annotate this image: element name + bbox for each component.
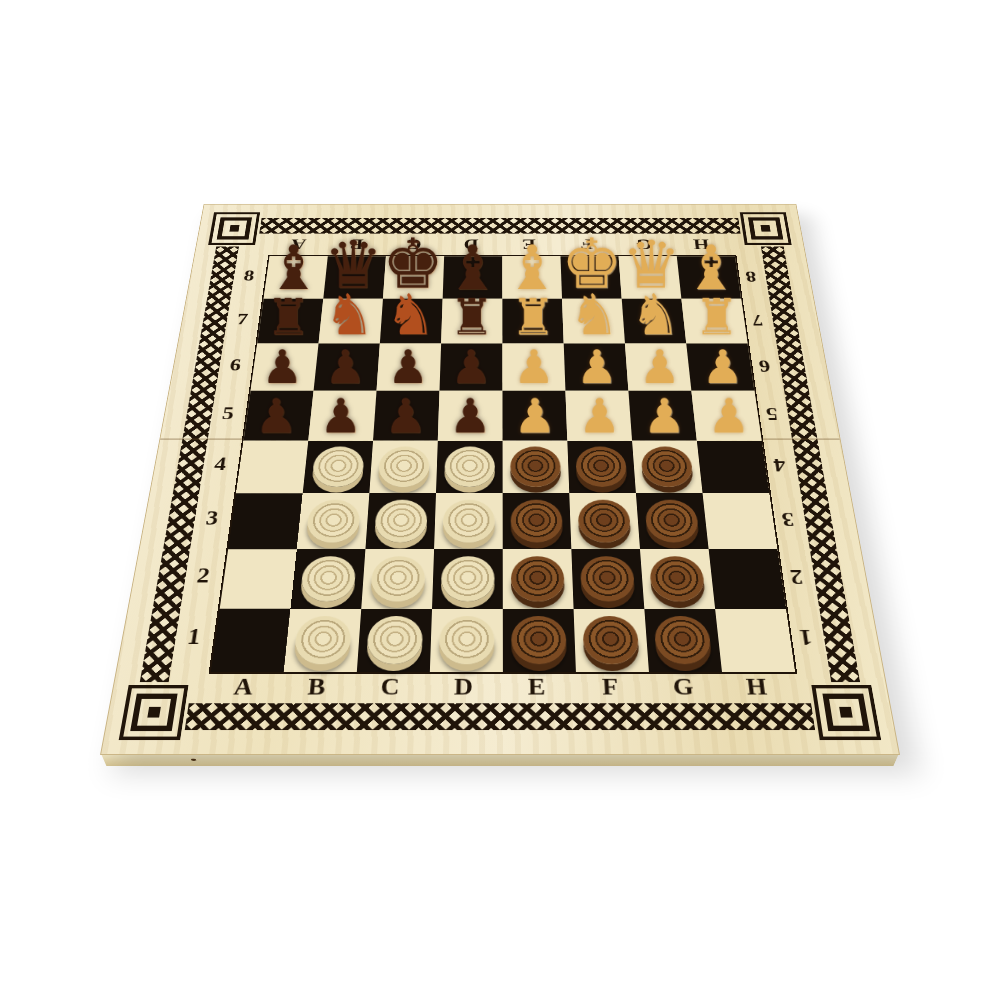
- square-b4[interactable]: [303, 441, 373, 494]
- square-c2[interactable]: [361, 549, 434, 608]
- checker-light-c4[interactable]: [378, 447, 430, 487]
- checker-dark-f4[interactable]: [575, 447, 627, 487]
- square-a1[interactable]: [211, 609, 291, 672]
- rank-label-right-3: 3: [778, 491, 798, 547]
- square-f1[interactable]: [574, 609, 649, 672]
- file-label-top-c: C: [384, 236, 442, 253]
- rank-label-right-8: 8: [743, 255, 760, 297]
- square-a5[interactable]: ♟: [244, 391, 314, 441]
- square-b6[interactable]: ♟: [314, 343, 380, 390]
- chess-piece-dark-rook-a7[interactable]: ♜: [266, 294, 311, 341]
- square-d3[interactable]: [434, 493, 503, 549]
- rank-label-right-2: 2: [786, 547, 807, 606]
- square-b5[interactable]: ♟: [308, 391, 376, 441]
- corner-ornament-bottom-right: [811, 685, 881, 740]
- rank-label-left-6: 6: [226, 342, 244, 389]
- rank-label-left-5: 5: [218, 389, 237, 439]
- checker-dark-e3[interactable]: [511, 500, 563, 543]
- checker-dark-e4[interactable]: [510, 447, 561, 487]
- square-f7[interactable]: ♞: [562, 299, 625, 344]
- corner-ornament-ring: [130, 694, 177, 731]
- chess-piece-dark-rook-d7[interactable]: ♜: [449, 294, 494, 341]
- corner-ornament-ring: [217, 217, 252, 239]
- checker-light-d1[interactable]: [439, 616, 495, 664]
- chess-piece-dark-pawn-c6[interactable]: ♟: [387, 345, 429, 389]
- corner-ornament-core: [147, 707, 161, 718]
- checker-light-b2[interactable]: [300, 556, 357, 601]
- square-g3[interactable]: [636, 493, 709, 549]
- checker-light-d3[interactable]: [442, 500, 494, 543]
- square-b3[interactable]: [297, 493, 370, 549]
- checker-light-b3[interactable]: [306, 500, 361, 543]
- checker-light-c3[interactable]: [374, 500, 428, 543]
- square-a4[interactable]: [236, 441, 308, 494]
- square-e1[interactable]: [503, 609, 576, 672]
- border-braid-bottom: [185, 703, 816, 730]
- chess-piece-dark-knight-c7[interactable]: ♞: [385, 288, 436, 342]
- file-label-top-a: A: [269, 236, 329, 253]
- square-h5[interactable]: ♟: [691, 391, 761, 441]
- checker-dark-g4[interactable]: [640, 447, 694, 487]
- square-b2[interactable]: [290, 549, 365, 608]
- chess-piece-light-pawn-f6[interactable]: ♟: [576, 345, 618, 389]
- rank-label-left-1: 1: [183, 606, 205, 669]
- file-label-bottom-f: F: [573, 673, 648, 700]
- file-label-top-e: E: [500, 236, 558, 253]
- rank-label-left-7: 7: [234, 297, 252, 342]
- corner-ornament-bottom-left: [119, 685, 189, 740]
- square-b7[interactable]: ♞: [319, 299, 383, 344]
- square-a6[interactable]: ♟: [251, 343, 319, 390]
- hinge-screw: [190, 759, 196, 761]
- square-d5[interactable]: ♟: [438, 391, 503, 441]
- square-h3[interactable]: [703, 493, 778, 549]
- square-e5[interactable]: ♟: [502, 391, 567, 441]
- corner-ornament-core: [229, 225, 239, 231]
- square-a2[interactable]: [220, 549, 297, 608]
- square-e4[interactable]: [503, 441, 570, 494]
- rank-label-left-4: 4: [210, 439, 230, 491]
- chess-piece-dark-pawn-c5[interactable]: ♟: [384, 393, 427, 438]
- file-label-top-b: B: [327, 236, 386, 253]
- checker-dark-f3[interactable]: [577, 500, 631, 543]
- rank-label-right-4: 4: [770, 439, 790, 491]
- square-g6[interactable]: ♟: [625, 343, 691, 390]
- chess-piece-light-pawn-e6[interactable]: ♟: [513, 345, 555, 389]
- square-g5[interactable]: ♟: [628, 391, 696, 441]
- chess-piece-dark-pawn-a5[interactable]: ♟: [255, 393, 298, 438]
- file-label-bottom-e: E: [500, 673, 574, 700]
- board-scene: ABCDEFGH ABCDEFGH 87654321 87654321 ♝♛♚♝…: [100, 0, 900, 755]
- file-label-top-g: G: [614, 236, 673, 253]
- square-c6[interactable]: ♟: [377, 343, 442, 390]
- chess-piece-light-pawn-f5[interactable]: ♟: [578, 393, 621, 438]
- chess-piece-dark-pawn-a6[interactable]: ♟: [262, 345, 304, 389]
- square-h4[interactable]: [697, 441, 769, 494]
- rank-label-left-2: 2: [192, 547, 213, 606]
- square-g7[interactable]: ♞: [622, 299, 687, 344]
- checker-light-d2[interactable]: [441, 556, 495, 601]
- square-c5[interactable]: ♟: [373, 391, 439, 441]
- combo-game-board: ABCDEFGH ABCDEFGH 87654321 87654321 ♝♛♚♝…: [100, 204, 900, 755]
- chess-piece-light-pawn-g6[interactable]: ♟: [639, 345, 681, 389]
- chess-piece-light-rook-h7[interactable]: ♜: [694, 294, 739, 341]
- file-label-bottom-h: H: [719, 673, 796, 700]
- rank-label-right-6: 6: [756, 342, 774, 389]
- square-e3[interactable]: [503, 493, 572, 549]
- chess-piece-dark-pawn-d5[interactable]: ♟: [449, 393, 492, 438]
- corner-ornament-top-right: [740, 212, 792, 245]
- square-h2[interactable]: [709, 549, 786, 608]
- chess-piece-light-pawn-h5[interactable]: ♟: [708, 393, 751, 438]
- square-d2[interactable]: [432, 549, 503, 608]
- chess-piece-dark-pawn-b5[interactable]: ♟: [319, 393, 362, 438]
- file-label-bottom-g: G: [646, 673, 722, 700]
- checker-dark-f2[interactable]: [580, 556, 636, 601]
- rank-label-left-8: 8: [240, 255, 257, 297]
- corner-ornament-ring: [748, 217, 783, 239]
- square-f4[interactable]: [567, 441, 636, 494]
- square-d6[interactable]: ♟: [440, 343, 503, 390]
- rank-label-right-7: 7: [749, 297, 767, 342]
- checker-light-c1[interactable]: [366, 616, 423, 664]
- square-g1[interactable]: [644, 609, 722, 672]
- chess-piece-dark-pawn-d6[interactable]: ♟: [450, 345, 492, 389]
- square-c4[interactable]: [369, 441, 437, 494]
- box-side-edge: [101, 754, 899, 766]
- square-d7[interactable]: ♜: [441, 299, 502, 344]
- square-d1[interactable]: [430, 609, 503, 672]
- square-g2[interactable]: [640, 549, 715, 608]
- chess-piece-light-knight-g7[interactable]: ♞: [630, 288, 681, 342]
- chess-piece-light-rook-e7[interactable]: ♜: [511, 294, 556, 341]
- checker-dark-e2[interactable]: [511, 556, 565, 601]
- file-label-bottom-d: D: [426, 673, 500, 700]
- chess-piece-light-pawn-e5[interactable]: ♟: [514, 393, 557, 438]
- checker-light-d4[interactable]: [444, 447, 495, 487]
- square-d4[interactable]: [436, 441, 503, 494]
- chess-piece-dark-knight-b7[interactable]: ♞: [324, 288, 375, 342]
- file-label-bottom-a: A: [205, 673, 282, 700]
- file-label-top-f: F: [557, 236, 615, 253]
- square-e2[interactable]: [503, 549, 574, 608]
- rank-label-right-5: 5: [763, 389, 782, 439]
- square-a3[interactable]: [228, 493, 303, 549]
- square-b1[interactable]: [284, 609, 361, 672]
- board-grid: ♝♛♚♝♝♚♛♝♜♞♞♜♜♞♞♜♟♟♟♟♟♟♟♟♟♟♟♟♟♟♟♟: [209, 255, 798, 673]
- corner-ornament-core: [839, 707, 853, 718]
- square-c1[interactable]: [357, 609, 432, 672]
- square-c3[interactable]: [365, 493, 436, 549]
- rank-label-left-3: 3: [202, 491, 222, 547]
- checker-dark-e1[interactable]: [511, 616, 567, 664]
- square-e6[interactable]: ♟: [502, 343, 565, 390]
- corner-ornament-top-left: [208, 212, 260, 245]
- file-label-bottom-c: C: [352, 673, 427, 700]
- file-labels-bottom: ABCDEFGH: [204, 671, 795, 702]
- square-f5[interactable]: ♟: [565, 391, 632, 441]
- square-h1[interactable]: [715, 609, 795, 672]
- corner-ornament-core: [761, 225, 771, 231]
- rank-label-right-1: 1: [795, 606, 817, 669]
- square-a7[interactable]: ♜: [257, 299, 323, 344]
- checker-dark-g2[interactable]: [649, 556, 706, 601]
- photo-backdrop: ABCDEFGH ABCDEFGH 87654321 87654321 ♝♛♚♝…: [0, 0, 1000, 1000]
- chess-piece-light-pawn-g5[interactable]: ♟: [643, 393, 686, 438]
- chess-piece-dark-pawn-b6[interactable]: ♟: [324, 345, 366, 389]
- square-c7[interactable]: ♞: [380, 299, 443, 344]
- square-f2[interactable]: [571, 549, 644, 608]
- file-label-top-h: H: [672, 236, 732, 253]
- checker-dark-g3[interactable]: [644, 500, 699, 543]
- square-f6[interactable]: ♟: [564, 343, 629, 390]
- square-f3[interactable]: [569, 493, 640, 549]
- file-label-top-d: D: [442, 236, 500, 253]
- square-e7[interactable]: ♜: [502, 299, 563, 344]
- checker-light-b4[interactable]: [311, 447, 365, 487]
- chess-piece-light-knight-f7[interactable]: ♞: [569, 288, 620, 342]
- square-g4[interactable]: [632, 441, 702, 494]
- checker-dark-g1[interactable]: [653, 616, 712, 664]
- checker-light-c2[interactable]: [370, 556, 426, 601]
- checker-light-b1[interactable]: [293, 616, 352, 664]
- checker-dark-f1[interactable]: [582, 616, 640, 664]
- file-label-bottom-b: B: [279, 673, 355, 700]
- square-h6[interactable]: ♟: [686, 343, 754, 390]
- chess-piece-light-pawn-h6[interactable]: ♟: [702, 345, 744, 389]
- corner-ornament-ring: [822, 694, 869, 731]
- file-labels-top: ABCDEFGH: [268, 234, 731, 253]
- square-h7[interactable]: ♜: [681, 299, 747, 344]
